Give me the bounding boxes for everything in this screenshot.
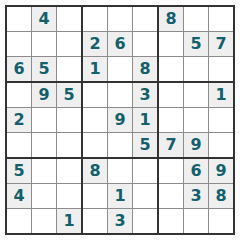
cell-r6c9-empty[interactable] <box>209 133 233 157</box>
cell-r3c3-empty[interactable] <box>57 57 81 81</box>
sudoku-box-1-2: 2618 <box>83 7 157 81</box>
cell-r9c5-given: 3 <box>108 209 132 233</box>
cell-r2c4-given: 2 <box>83 32 107 56</box>
cell-r2c9-given: 7 <box>209 32 233 56</box>
cell-r3c5-empty[interactable] <box>108 57 132 81</box>
cell-r3c8-empty[interactable] <box>184 57 208 81</box>
cell-r8c3-empty[interactable] <box>57 184 81 208</box>
cell-r5c3-empty[interactable] <box>57 108 81 132</box>
sudoku-box-1-3: 857 <box>159 7 233 81</box>
cell-r3c4-given: 1 <box>83 57 107 81</box>
cell-r9c6-empty[interactable] <box>133 209 157 233</box>
cell-r4c1-empty[interactable] <box>7 83 31 107</box>
cell-r5c9-empty[interactable] <box>209 108 233 132</box>
cell-r6c8-given: 9 <box>184 133 208 157</box>
cell-r1c6-empty[interactable] <box>133 7 157 31</box>
cell-r6c5-empty[interactable] <box>108 133 132 157</box>
cell-r1c7-given: 8 <box>159 7 183 31</box>
sudoku-board: 465261885795239151795418136938 <box>5 5 235 235</box>
cell-r4c3-given: 5 <box>57 83 81 107</box>
sudoku-box-3-2: 813 <box>83 159 157 233</box>
sudoku-box-3-1: 541 <box>7 159 81 233</box>
cell-r3c1-given: 6 <box>7 57 31 81</box>
cell-r9c4-empty[interactable] <box>83 209 107 233</box>
cell-r5c7-empty[interactable] <box>159 108 183 132</box>
sudoku-box-2-1: 952 <box>7 83 81 157</box>
cell-r1c9-empty[interactable] <box>209 7 233 31</box>
cell-r5c4-empty[interactable] <box>83 108 107 132</box>
cell-r9c9-empty[interactable] <box>209 209 233 233</box>
cell-r7c7-empty[interactable] <box>159 159 183 183</box>
cell-r7c5-empty[interactable] <box>108 159 132 183</box>
cell-r8c5-given: 1 <box>108 184 132 208</box>
cell-r7c8-given: 6 <box>184 159 208 183</box>
cell-r5c2-empty[interactable] <box>32 108 56 132</box>
cell-r2c1-empty[interactable] <box>7 32 31 56</box>
cell-r6c4-empty[interactable] <box>83 133 107 157</box>
cell-r2c7-empty[interactable] <box>159 32 183 56</box>
cell-r6c7-given: 7 <box>159 133 183 157</box>
cell-r3c6-given: 8 <box>133 57 157 81</box>
cell-r1c3-empty[interactable] <box>57 7 81 31</box>
cell-r2c2-empty[interactable] <box>32 32 56 56</box>
cell-r8c4-empty[interactable] <box>83 184 107 208</box>
cell-r2c3-empty[interactable] <box>57 32 81 56</box>
cell-r4c9-given: 1 <box>209 83 233 107</box>
cell-r5c8-empty[interactable] <box>184 108 208 132</box>
cell-r5c6-given: 1 <box>133 108 157 132</box>
cell-r7c3-empty[interactable] <box>57 159 81 183</box>
cell-r7c6-empty[interactable] <box>133 159 157 183</box>
cell-r8c2-empty[interactable] <box>32 184 56 208</box>
cell-r6c3-empty[interactable] <box>57 133 81 157</box>
cell-r1c2-given: 4 <box>32 7 56 31</box>
cell-r2c5-given: 6 <box>108 32 132 56</box>
cell-r4c5-empty[interactable] <box>108 83 132 107</box>
cell-r7c2-empty[interactable] <box>32 159 56 183</box>
cell-r6c2-empty[interactable] <box>32 133 56 157</box>
cell-r5c5-given: 9 <box>108 108 132 132</box>
cell-r9c8-empty[interactable] <box>184 209 208 233</box>
cell-r6c6-given: 5 <box>133 133 157 157</box>
cell-r7c1-given: 5 <box>7 159 31 183</box>
cell-r8c9-given: 8 <box>209 184 233 208</box>
cell-r9c7-empty[interactable] <box>159 209 183 233</box>
cell-r1c1-empty[interactable] <box>7 7 31 31</box>
cell-r3c9-empty[interactable] <box>209 57 233 81</box>
cell-r8c6-empty[interactable] <box>133 184 157 208</box>
cell-r5c1-given: 2 <box>7 108 31 132</box>
cell-r9c3-given: 1 <box>57 209 81 233</box>
cell-r3c7-empty[interactable] <box>159 57 183 81</box>
cell-r4c6-given: 3 <box>133 83 157 107</box>
cell-r2c8-given: 5 <box>184 32 208 56</box>
cell-r7c9-given: 9 <box>209 159 233 183</box>
cell-r6c1-empty[interactable] <box>7 133 31 157</box>
cell-r9c1-empty[interactable] <box>7 209 31 233</box>
cell-r4c8-empty[interactable] <box>184 83 208 107</box>
cell-r3c2-given: 5 <box>32 57 56 81</box>
sudoku-box-3-3: 6938 <box>159 159 233 233</box>
cell-r1c5-empty[interactable] <box>108 7 132 31</box>
cell-r1c4-empty[interactable] <box>83 7 107 31</box>
cell-r8c8-given: 3 <box>184 184 208 208</box>
sudoku-box-2-2: 3915 <box>83 83 157 157</box>
cell-r1c8-empty[interactable] <box>184 7 208 31</box>
cell-r9c2-empty[interactable] <box>32 209 56 233</box>
cell-r8c1-given: 4 <box>7 184 31 208</box>
cell-r7c4-given: 8 <box>83 159 107 183</box>
cell-r4c4-empty[interactable] <box>83 83 107 107</box>
cell-r4c7-empty[interactable] <box>159 83 183 107</box>
sudoku-box-2-3: 179 <box>159 83 233 157</box>
cell-r2c6-empty[interactable] <box>133 32 157 56</box>
sudoku-box-1-1: 465 <box>7 7 81 81</box>
cell-r4c2-given: 9 <box>32 83 56 107</box>
cell-r8c7-empty[interactable] <box>159 184 183 208</box>
